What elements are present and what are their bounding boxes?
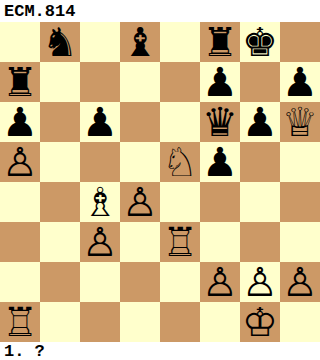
square-a8[interactable] bbox=[0, 22, 40, 62]
square-c5[interactable] bbox=[80, 142, 120, 182]
square-g2[interactable]: ♙ bbox=[240, 262, 280, 302]
white-king-g1: ♔ bbox=[242, 302, 278, 342]
move-prompt-label: 1. ? bbox=[0, 342, 45, 360]
square-a1[interactable]: ♖ bbox=[0, 302, 40, 342]
square-b7[interactable] bbox=[40, 62, 80, 102]
square-b4[interactable] bbox=[40, 182, 80, 222]
square-d5[interactable] bbox=[120, 142, 160, 182]
white-pawn-a5: ♙ bbox=[2, 142, 38, 182]
white-pawn-g2: ♙ bbox=[242, 262, 278, 302]
square-e7[interactable] bbox=[160, 62, 200, 102]
white-queen-h6: ♕ bbox=[282, 102, 318, 142]
square-d2[interactable] bbox=[120, 262, 160, 302]
square-f6[interactable]: ♛ bbox=[200, 102, 240, 142]
square-b2[interactable] bbox=[40, 262, 80, 302]
square-f7[interactable]: ♟ bbox=[200, 62, 240, 102]
square-e6[interactable] bbox=[160, 102, 200, 142]
square-a6[interactable]: ♟ bbox=[0, 102, 40, 142]
black-pawn-a6: ♟ bbox=[2, 102, 38, 142]
black-queen-f6: ♛ bbox=[202, 102, 238, 142]
black-king-g8: ♚ bbox=[242, 22, 278, 62]
square-b3[interactable] bbox=[40, 222, 80, 262]
white-pawn-d4: ♙ bbox=[122, 182, 158, 222]
square-b5[interactable] bbox=[40, 142, 80, 182]
square-h8[interactable] bbox=[280, 22, 320, 62]
title-bar: ECM.814 bbox=[0, 0, 320, 22]
black-knight-b8: ♞ bbox=[42, 22, 78, 62]
square-c2[interactable] bbox=[80, 262, 120, 302]
square-g4[interactable] bbox=[240, 182, 280, 222]
square-h1[interactable] bbox=[280, 302, 320, 342]
square-f5[interactable]: ♟ bbox=[200, 142, 240, 182]
square-d7[interactable] bbox=[120, 62, 160, 102]
black-rook-f8: ♜ bbox=[202, 22, 238, 62]
square-h2[interactable]: ♙ bbox=[280, 262, 320, 302]
black-pawn-c6: ♟ bbox=[82, 102, 118, 142]
square-f2[interactable]: ♙ bbox=[200, 262, 240, 302]
square-g3[interactable] bbox=[240, 222, 280, 262]
square-d3[interactable] bbox=[120, 222, 160, 262]
white-pawn-f2: ♙ bbox=[202, 262, 238, 302]
square-h3[interactable] bbox=[280, 222, 320, 262]
black-bishop-d8: ♝ bbox=[122, 22, 158, 62]
square-d6[interactable] bbox=[120, 102, 160, 142]
puzzle-id-label: ECM.814 bbox=[0, 2, 75, 21]
square-f1[interactable] bbox=[200, 302, 240, 342]
square-e3[interactable]: ♖ bbox=[160, 222, 200, 262]
square-h5[interactable] bbox=[280, 142, 320, 182]
square-c1[interactable] bbox=[80, 302, 120, 342]
square-c8[interactable] bbox=[80, 22, 120, 62]
white-pawn-h2: ♙ bbox=[282, 262, 318, 302]
white-rook-a1: ♖ bbox=[2, 302, 38, 342]
square-d1[interactable] bbox=[120, 302, 160, 342]
square-e8[interactable] bbox=[160, 22, 200, 62]
square-c4[interactable]: ♗ bbox=[80, 182, 120, 222]
status-bar: 1. ? bbox=[0, 342, 320, 360]
square-e4[interactable] bbox=[160, 182, 200, 222]
square-h7[interactable]: ♟ bbox=[280, 62, 320, 102]
black-pawn-g6: ♟ bbox=[242, 102, 278, 142]
square-b1[interactable] bbox=[40, 302, 80, 342]
square-g7[interactable] bbox=[240, 62, 280, 102]
square-a5[interactable]: ♙ bbox=[0, 142, 40, 182]
square-d4[interactable]: ♙ bbox=[120, 182, 160, 222]
square-a2[interactable] bbox=[0, 262, 40, 302]
square-g8[interactable]: ♚ bbox=[240, 22, 280, 62]
square-c3[interactable]: ♙ bbox=[80, 222, 120, 262]
square-c6[interactable]: ♟ bbox=[80, 102, 120, 142]
square-g1[interactable]: ♔ bbox=[240, 302, 280, 342]
square-a3[interactable] bbox=[0, 222, 40, 262]
square-h4[interactable] bbox=[280, 182, 320, 222]
white-knight-e5: ♘ bbox=[162, 142, 198, 182]
square-a7[interactable]: ♜ bbox=[0, 62, 40, 102]
square-g5[interactable] bbox=[240, 142, 280, 182]
square-b8[interactable]: ♞ bbox=[40, 22, 80, 62]
black-rook-a7: ♜ bbox=[2, 62, 38, 102]
square-a4[interactable] bbox=[0, 182, 40, 222]
square-h6[interactable]: ♕ bbox=[280, 102, 320, 142]
white-rook-e3: ♖ bbox=[162, 222, 198, 262]
square-b6[interactable] bbox=[40, 102, 80, 142]
white-pawn-c3: ♙ bbox=[82, 222, 118, 262]
square-e1[interactable] bbox=[160, 302, 200, 342]
square-f3[interactable] bbox=[200, 222, 240, 262]
square-f4[interactable] bbox=[200, 182, 240, 222]
square-g6[interactable]: ♟ bbox=[240, 102, 280, 142]
black-pawn-f7: ♟ bbox=[202, 62, 238, 102]
square-e2[interactable] bbox=[160, 262, 200, 302]
black-pawn-f5: ♟ bbox=[202, 142, 238, 182]
square-d8[interactable]: ♝ bbox=[120, 22, 160, 62]
square-f8[interactable]: ♜ bbox=[200, 22, 240, 62]
white-bishop-c4: ♗ bbox=[82, 182, 118, 222]
black-pawn-h7: ♟ bbox=[282, 62, 318, 102]
square-e5[interactable]: ♘ bbox=[160, 142, 200, 182]
square-c7[interactable] bbox=[80, 62, 120, 102]
chess-board: ♞♝♜♚♜♟♟♟♟♛♟♕♙♘♟♗♙♙♖♙♙♙♖♔ bbox=[0, 22, 320, 342]
